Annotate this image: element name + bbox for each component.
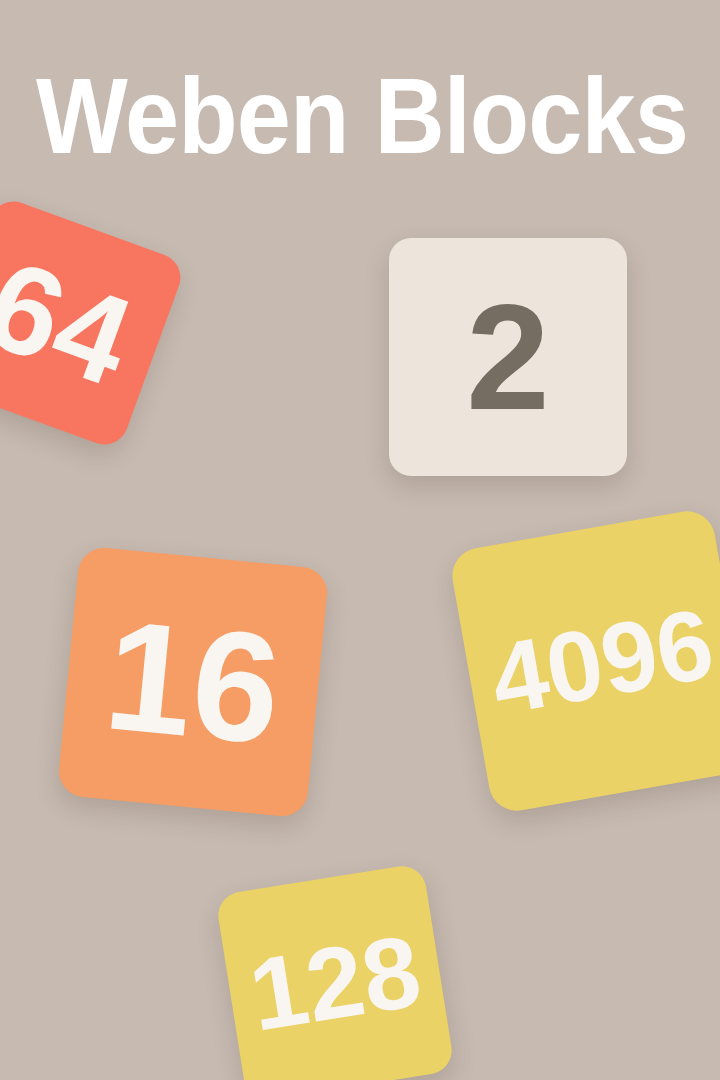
tile-2[interactable]: 2 bbox=[389, 238, 627, 476]
cover-canvas: Weben Blocks 64 2 16 4096 128 bbox=[0, 0, 720, 1080]
tile-128[interactable]: 128 bbox=[215, 863, 455, 1080]
tile-16[interactable]: 16 bbox=[57, 546, 330, 819]
tile-4096[interactable]: 4096 bbox=[448, 507, 720, 815]
tile-64[interactable]: 64 bbox=[0, 195, 187, 451]
game-title: Weben Blocks bbox=[36, 62, 688, 170]
